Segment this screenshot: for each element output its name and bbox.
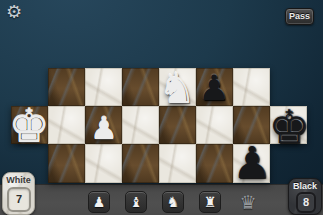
tray-queen-button[interactable]: ♛ xyxy=(237,191,259,213)
white-score-tile[interactable]: White 7 xyxy=(2,172,35,215)
white-label: White xyxy=(3,175,34,185)
bishop-icon: ♝ xyxy=(130,194,143,210)
square-r1c1[interactable] xyxy=(48,106,85,144)
black-count: 8 xyxy=(296,192,316,213)
tray-knight-button[interactable]: ♞ xyxy=(162,191,184,213)
app-screen: ⚙ Pass White 7 Black 8 ♟ ♝ ♞ ♜ ♛ ♚♟♞♟♚♟ xyxy=(0,0,323,215)
black-label: Black xyxy=(289,181,321,191)
pass-button[interactable]: Pass xyxy=(285,8,314,25)
square-r2c1[interactable] xyxy=(48,144,85,183)
black-king[interactable]: ♚ xyxy=(268,104,309,150)
square-r0c2[interactable] xyxy=(85,68,122,106)
white-knight[interactable]: ♞ xyxy=(158,68,196,110)
square-r0c6[interactable] xyxy=(233,68,270,106)
square-r1c3[interactable] xyxy=(122,106,159,144)
queen-icon: ♛ xyxy=(239,191,256,213)
white-king[interactable]: ♚ xyxy=(8,103,49,149)
square-r0c3[interactable] xyxy=(122,68,159,106)
tray-bishop-button[interactable]: ♝ xyxy=(125,191,147,213)
black-pawn-bottom[interactable]: ♟ xyxy=(232,141,271,185)
pawn-icon: ♟ xyxy=(93,194,106,210)
square-r2c5[interactable] xyxy=(196,144,233,183)
tray-rook-button[interactable]: ♜ xyxy=(199,191,221,213)
black-score-tile[interactable]: Black 8 xyxy=(288,178,322,215)
square-r2c3[interactable] xyxy=(122,144,159,183)
white-count: 7 xyxy=(7,187,31,212)
square-r0c1[interactable] xyxy=(48,68,85,106)
white-pawn[interactable]: ♟ xyxy=(90,113,118,144)
tray-pawn-button[interactable]: ♟ xyxy=(88,191,110,213)
square-r1c5[interactable] xyxy=(196,106,233,144)
settings-gear-icon[interactable]: ⚙ xyxy=(6,2,22,22)
rook-icon: ♜ xyxy=(204,194,217,210)
square-r2c2[interactable] xyxy=(85,144,122,183)
black-pawn-top[interactable]: ♟ xyxy=(198,71,229,106)
knight-icon: ♞ xyxy=(167,194,180,210)
square-r2c4[interactable] xyxy=(159,144,196,183)
